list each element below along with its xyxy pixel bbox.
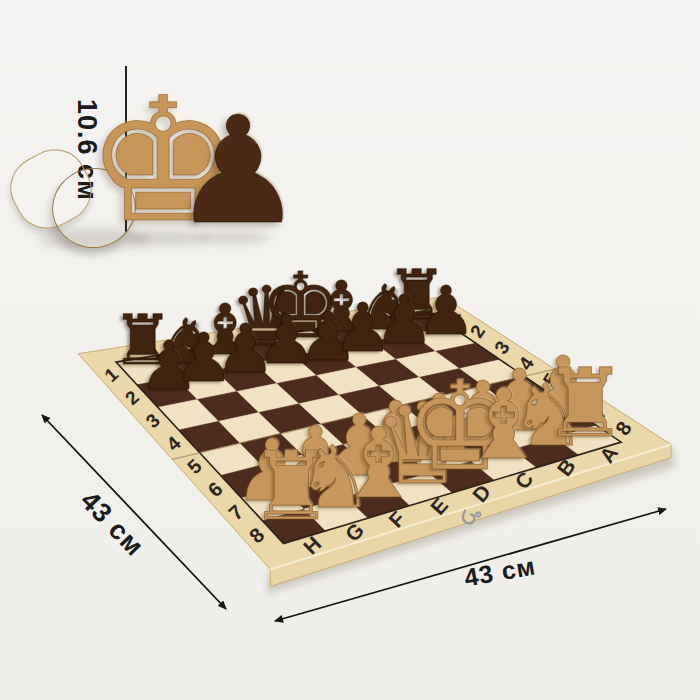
chess-board: 1122334455667788HGFEDCBA bbox=[78, 297, 675, 594]
clasp-screw bbox=[476, 512, 481, 517]
display-pawn-piece: ♟ bbox=[172, 97, 305, 245]
product-photo-scene: 1122334455667788HGFEDCBA 10.6 см ♚ ♟ 43 … bbox=[0, 0, 700, 700]
